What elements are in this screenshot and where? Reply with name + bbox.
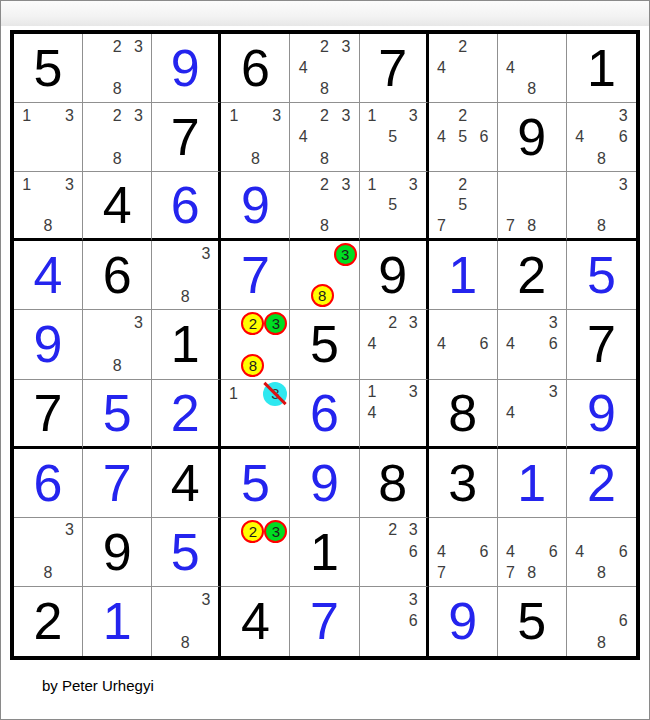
pencil-cell-empty	[264, 335, 287, 353]
solved-digit: 2	[152, 380, 218, 446]
cell-r3c9[interactable]: 38	[567, 172, 636, 241]
pencil-cell-empty	[431, 148, 452, 169]
solved-digit: 2	[567, 449, 636, 517]
pencil-mark: 6	[480, 544, 489, 560]
cell-r2c8[interactable]: 9	[498, 103, 567, 172]
pencil-cell: 8	[591, 148, 613, 169]
cell-r6c5[interactable]: 6	[290, 380, 359, 449]
pencil-cell-empty	[452, 520, 473, 541]
pencil-cell-empty	[245, 126, 266, 147]
cell-r1c3[interactable]: 9	[152, 34, 221, 103]
given-digit: 4	[152, 449, 218, 517]
pencil-cell-empty	[452, 355, 473, 376]
given-digit: 4	[221, 587, 289, 656]
pencil-mark: 4	[437, 544, 446, 560]
pencil-cell-empty	[335, 126, 356, 147]
pencil-mark: 8	[597, 218, 606, 234]
cell-r8c9[interactable]: 468	[567, 518, 636, 587]
pencil-cell-empty	[223, 335, 241, 353]
pencil-cell-empty	[243, 406, 263, 425]
pencil-cell-empty	[382, 216, 403, 237]
pencil-cell: 8	[591, 632, 613, 654]
pencil-cell-empty	[500, 520, 521, 541]
pencil-cell: 7	[500, 563, 521, 584]
pencil-cell-empty	[591, 520, 613, 541]
given-digit: 9	[498, 103, 566, 171]
pencil-cell-empty	[521, 36, 542, 57]
pencil-mark: 8	[527, 565, 536, 581]
pencil-mark: 3	[409, 522, 418, 538]
cell-r9c8[interactable]: 5	[498, 587, 567, 656]
pencil-cell-empty	[223, 126, 244, 147]
pencil-mark: 3	[134, 315, 143, 331]
pencil-cell-empty	[500, 195, 521, 216]
pencil-cell-empty	[431, 312, 452, 333]
cell-r6c3[interactable]: 2	[152, 380, 221, 449]
cell-r7c7[interactable]: 3	[429, 449, 498, 518]
cell-r3c6[interactable]: 135	[360, 172, 429, 241]
cell-r1c8[interactable]: 48	[498, 34, 567, 103]
pencil-cell-empty	[473, 36, 494, 57]
solved-digit: 9	[14, 310, 82, 378]
pencil-cell: 2	[314, 174, 335, 195]
pencil-cell-empty	[16, 126, 37, 147]
pencil-grid: 346	[500, 312, 564, 376]
pencil-cell: 2	[452, 105, 473, 126]
pencil-cell: 6	[543, 334, 564, 355]
pencil-cell-empty	[59, 541, 80, 562]
cell-r9c1[interactable]: 2	[14, 587, 83, 656]
pencil-cell: 6	[612, 611, 634, 633]
cell-r1c6[interactable]: 7	[360, 34, 429, 103]
pencil-cell-empty	[37, 520, 58, 541]
pencil-cell: 8	[106, 148, 127, 169]
pencil-mark: 4	[575, 544, 584, 560]
pencil-cell: 3	[128, 105, 149, 126]
pencil-cell-empty	[473, 216, 494, 237]
pencil-cell-empty	[500, 423, 521, 444]
solved-digit: 6	[14, 449, 82, 517]
pencil-cell-empty	[292, 284, 310, 307]
cell-r1c9[interactable]: 1	[567, 34, 636, 103]
pencil-cell: 4	[292, 57, 313, 78]
cell-r7c5[interactable]: 9	[290, 449, 359, 518]
pencil-cell-empty	[382, 611, 403, 633]
pencil-mark: 3	[409, 384, 418, 400]
pencil-cell-empty	[500, 174, 521, 195]
pencil-cell: 3	[612, 174, 634, 195]
cell-r3c4[interactable]: 9	[221, 172, 290, 241]
cell-r5c6[interactable]: 234	[360, 310, 429, 379]
cell-r5c3[interactable]: 1	[152, 310, 221, 379]
pencil-cell-empty	[500, 36, 521, 57]
pencil-cell-empty	[591, 589, 613, 611]
pencil-cell: 6	[403, 541, 424, 562]
given-digit: 7	[14, 380, 82, 446]
pencil-cell-empty	[223, 406, 243, 425]
cell-r9c4[interactable]: 4	[221, 587, 290, 656]
pencil-cell-empty	[264, 543, 287, 564]
pencil-cell-empty	[85, 126, 106, 147]
pencil-cell-empty	[362, 520, 383, 541]
pencil-cell-empty	[16, 563, 37, 584]
cell-r8c5[interactable]: 1	[290, 518, 359, 587]
cell-r6c4[interactable]: 13	[221, 380, 290, 449]
cell-r3c2[interactable]: 4	[83, 172, 152, 241]
pencil-cell-empty	[569, 520, 591, 541]
pencil-mark: 2	[320, 39, 329, 55]
cell-r3c8[interactable]: 78	[498, 172, 567, 241]
pencil-cell-empty	[263, 425, 287, 444]
pencil-cell-empty	[591, 174, 613, 195]
pencil-cell: 3	[335, 174, 356, 195]
pencil-cell: 4	[431, 334, 452, 355]
cell-r2c3[interactable]: 7	[152, 103, 221, 172]
pencil-cell-empty	[543, 57, 564, 78]
pencil-cell-empty	[403, 632, 424, 654]
cell-r9c7[interactable]: 9	[429, 587, 498, 656]
cell-r7c6[interactable]: 8	[360, 449, 429, 518]
pencil-grid: 38	[569, 174, 634, 236]
cell-r9c2[interactable]: 1	[83, 587, 152, 656]
cell-r3c1[interactable]: 138	[14, 172, 83, 241]
pencil-cell: 8	[314, 148, 335, 169]
pencil-cell-empty	[16, 195, 37, 216]
pencil-grid: 24	[431, 36, 495, 100]
pencil-cell-empty	[569, 105, 591, 126]
pencil-cell-empty	[223, 563, 241, 584]
pencil-cell-empty	[521, 423, 542, 444]
pencil-cell-empty	[311, 243, 334, 266]
cell-r6c1[interactable]: 7	[14, 380, 83, 449]
pencil-cell-empty	[362, 126, 383, 147]
pencil-cell-empty	[612, 195, 634, 216]
pencil-grid: 135	[362, 174, 424, 236]
pencil-cell-empty	[243, 382, 263, 406]
cell-r4c9[interactable]: 5	[567, 241, 636, 310]
cell-r1c4[interactable]: 6	[221, 34, 290, 103]
pencil-grid: 257	[431, 174, 495, 236]
cell-r6c9[interactable]: 9	[567, 380, 636, 449]
cell-r9c3[interactable]: 38	[152, 587, 221, 656]
cell-r5c7[interactable]: 46	[429, 310, 498, 379]
pencil-cell-empty	[362, 541, 383, 562]
pencil-mark: 4	[437, 60, 446, 76]
pencil-cell: 2	[382, 520, 403, 541]
pencil-mark: 7	[506, 565, 515, 581]
pencil-mark: 1	[230, 108, 239, 124]
pencil-mark: 8	[181, 289, 190, 305]
pencil-cell-empty	[362, 312, 383, 333]
solved-digit: 7	[290, 587, 358, 656]
pencil-cell: 3	[403, 520, 424, 541]
pencil-mark: 3	[549, 315, 558, 331]
pencil-cell: 3	[264, 520, 287, 543]
pencil-cell-empty	[473, 520, 494, 541]
pencil-cell-empty	[335, 79, 356, 100]
pencil-cell-empty	[334, 284, 357, 307]
pencil-mark: 5	[388, 129, 397, 145]
cell-r8c2[interactable]: 9	[83, 518, 152, 587]
pencil-mark: 3	[341, 108, 350, 124]
pencil-cell-empty	[569, 589, 591, 611]
pencil-cell: 3	[335, 105, 356, 126]
pencil-cell-empty	[431, 195, 452, 216]
cell-r2c7[interactable]: 2456	[429, 103, 498, 172]
pencil-cell-empty	[403, 423, 424, 444]
cell-r5c9[interactable]: 7	[567, 310, 636, 379]
pencil-cell-empty	[452, 57, 473, 78]
pencil-mark: 6	[619, 129, 628, 145]
pencil-cell-empty	[196, 611, 217, 633]
pencil-cell-empty	[362, 589, 383, 611]
given-digit: 3	[429, 449, 497, 517]
pencil-cell: 1	[16, 174, 37, 195]
cell-r3c3[interactable]: 6	[152, 172, 221, 241]
pencil-cell-empty	[128, 355, 149, 376]
cell-r9c9[interactable]: 68	[567, 587, 636, 656]
pencil-cell-empty	[521, 57, 542, 78]
pencil-cell: 8	[591, 563, 613, 584]
pencil-cell-empty	[37, 174, 58, 195]
pencil-cell-empty	[403, 563, 424, 584]
pencil-cell-empty	[612, 216, 634, 237]
given-digit: 8	[360, 449, 426, 517]
pencil-cell: 3	[543, 312, 564, 333]
pencil-mark: 8	[597, 565, 606, 581]
cell-r6c6[interactable]: 134	[360, 380, 429, 449]
given-digit: 4	[83, 172, 151, 238]
pencil-cell-empty	[382, 382, 403, 403]
pencil-mark: 3	[202, 246, 211, 262]
author-credit: by Peter Urhegyi	[42, 677, 154, 694]
pencil-cell-empty	[382, 589, 403, 611]
cell-r2c5[interactable]: 2348	[290, 103, 359, 172]
pencil-mark: 4	[437, 129, 446, 145]
pencil-cell-empty	[314, 126, 335, 147]
cell-r8c8[interactable]: 4678	[498, 518, 567, 587]
pencil-cell-empty	[569, 148, 591, 169]
pencil-cell-empty	[175, 265, 196, 286]
pencil-cell-empty	[128, 57, 149, 78]
pencil-mark: 1	[229, 386, 238, 402]
cell-r8c1[interactable]: 38	[14, 518, 83, 587]
cell-r9c5[interactable]: 7	[290, 587, 359, 656]
pencil-cell-empty	[59, 216, 80, 237]
cell-r4c7[interactable]: 1	[429, 241, 498, 310]
cell-r7c8[interactable]: 1	[498, 449, 567, 518]
cell-r2c6[interactable]: 135	[360, 103, 429, 172]
pencil-cell-empty	[37, 541, 58, 562]
solved-digit: 5	[221, 449, 289, 517]
pencil-cell-empty	[569, 632, 591, 654]
pencil-cell: 2	[314, 105, 335, 126]
cell-r1c2[interactable]: 238	[83, 34, 152, 103]
pencil-cell-empty	[473, 195, 494, 216]
given-digit: 5	[14, 34, 82, 102]
cell-r7c4[interactable]: 5	[221, 449, 290, 518]
window-top-bar	[1, 1, 649, 26]
pencil-mark: 7	[506, 218, 515, 234]
pencil-cell: 1	[362, 105, 383, 126]
cell-r1c5[interactable]: 2348	[290, 34, 359, 103]
sudoku-board[interactable]: 5238962348724481132387138234813524569346…	[10, 30, 640, 660]
cell-r7c3[interactable]: 4	[152, 449, 221, 518]
cell-r5c2[interactable]: 38	[83, 310, 152, 379]
pencil-mark: 3	[134, 39, 143, 55]
pencil-mark: 4	[575, 129, 584, 145]
pencil-cell: 4	[292, 126, 313, 147]
pencil-cell-empty	[264, 563, 287, 584]
pencil-cell: 3	[59, 174, 80, 195]
given-digit: 9	[83, 518, 151, 586]
pencil-cell-empty	[223, 543, 241, 564]
pencil-cell-empty	[362, 148, 383, 169]
cell-r8c6[interactable]: 236	[360, 518, 429, 587]
cell-r7c1[interactable]: 6	[14, 449, 83, 518]
pencil-cell: 3	[612, 105, 634, 126]
given-digit: 6	[83, 241, 151, 309]
pencil-cell-empty	[452, 216, 473, 237]
pencil-cell: 8	[521, 563, 542, 584]
cell-r4c4[interactable]: 7	[221, 241, 290, 310]
solved-digit: 7	[83, 449, 151, 517]
pencil-cell-empty	[382, 174, 403, 195]
pencil-mark: 8	[320, 151, 329, 167]
pencil-cell-empty	[128, 148, 149, 169]
pencil-mark: 4	[506, 60, 515, 76]
pencil-cell-empty	[223, 148, 244, 169]
cell-r5c5[interactable]: 5	[290, 310, 359, 379]
cell-r8c4[interactable]: 23	[221, 518, 290, 587]
pencil-cell: 3	[264, 312, 287, 335]
pencil-cell: 3	[196, 589, 217, 611]
pencil-cell-empty	[403, 195, 424, 216]
cell-r2c9[interactable]: 3468	[567, 103, 636, 172]
pencil-mark: 8	[113, 358, 122, 374]
cell-r1c7[interactable]: 24	[429, 34, 498, 103]
cell-r7c2[interactable]: 7	[83, 449, 152, 518]
cell-r4c6[interactable]: 9	[360, 241, 429, 310]
pencil-cell: 8	[241, 354, 264, 377]
pencil-cell-empty	[241, 543, 264, 564]
pencil-cell-empty	[175, 589, 196, 611]
pencil-mark: 3	[409, 315, 418, 331]
cell-r6c2[interactable]: 5	[83, 380, 152, 449]
pencil-cell-empty	[175, 243, 196, 264]
cell-r4c2[interactable]: 6	[83, 241, 152, 310]
pencil-cell: 3	[334, 243, 357, 266]
cell-r4c1[interactable]: 4	[14, 241, 83, 310]
pencil-grid: 38	[292, 243, 356, 307]
pencil-cell: 1	[16, 105, 37, 126]
pencil-cell-empty	[569, 216, 591, 237]
pencil-mark: 5	[458, 197, 467, 213]
pencil-mark: 3	[65, 108, 74, 124]
cell-r6c7[interactable]: 8	[429, 380, 498, 449]
cell-r4c3[interactable]: 38	[152, 241, 221, 310]
pencil-cell: 8	[591, 216, 613, 237]
pencil-cell: 7	[431, 563, 452, 584]
cell-r8c7[interactable]: 467	[429, 518, 498, 587]
pencil-cell: 4	[362, 402, 383, 423]
pencil-mark: 8	[597, 635, 606, 651]
pencil-mark: 2	[458, 39, 467, 55]
pencil-cell-empty	[500, 312, 521, 333]
pencil-cell-empty	[334, 266, 357, 284]
pencil-cell: 5	[452, 126, 473, 147]
pencil-cell-empty	[59, 126, 80, 147]
pencil-cell-empty	[382, 148, 403, 169]
pencil-cell-empty	[452, 79, 473, 100]
pencil-cell-empty	[521, 382, 542, 403]
pencil-grid: 2348	[292, 105, 356, 169]
pencil-cell: 4	[569, 126, 591, 147]
pencil-cell-empty	[16, 541, 37, 562]
solved-digit: 5	[567, 241, 636, 309]
cell-r5c4[interactable]: 238	[221, 310, 290, 379]
pencil-cell: 2	[382, 312, 403, 333]
pencil-cell-empty	[382, 563, 403, 584]
pencil-cell: 8	[314, 79, 335, 100]
pencil-cell-empty	[521, 402, 542, 423]
pencil-mark: 5	[458, 129, 467, 145]
pencil-cell-empty	[591, 126, 613, 147]
pencil-cell-empty	[128, 79, 149, 100]
pencil-cell-empty	[521, 195, 542, 216]
pencil-cell-empty	[362, 423, 383, 444]
cell-r4c8[interactable]: 2	[498, 241, 567, 310]
solved-digit: 1	[429, 241, 497, 309]
cell-r7c9[interactable]: 2	[567, 449, 636, 518]
pencil-cell-empty	[266, 148, 287, 169]
cell-r9c6[interactable]: 36	[360, 587, 429, 656]
pencil-cell-empty	[543, 79, 564, 100]
pencil-cell-empty	[154, 243, 175, 264]
pencil-cell-empty	[362, 216, 383, 237]
pencil-cell-empty	[106, 312, 127, 333]
cell-r2c4[interactable]: 138	[221, 103, 290, 172]
cell-r1c1[interactable]: 5	[14, 34, 83, 103]
pencil-cell-empty	[543, 195, 564, 216]
cell-r3c7[interactable]: 257	[429, 172, 498, 241]
pencil-cell: 7	[500, 216, 521, 237]
pencil-cell: 8	[521, 79, 542, 100]
cell-r8c3[interactable]: 5	[152, 518, 221, 587]
cell-r3c5[interactable]: 238	[290, 172, 359, 241]
pencil-mark: 8	[320, 81, 329, 97]
pencil-cell-empty	[431, 174, 452, 195]
pencil-cell: 2	[452, 174, 473, 195]
cell-r2c2[interactable]: 238	[83, 103, 152, 172]
pencil-cell-empty	[612, 632, 634, 654]
pencil-grid: 3468	[569, 105, 634, 169]
cell-r4c5[interactable]: 38	[290, 241, 359, 310]
pencil-cell: 6	[473, 334, 494, 355]
cell-r5c8[interactable]: 346	[498, 310, 567, 379]
pencil-mark: 3	[65, 522, 74, 538]
pencil-grid: 138	[223, 105, 287, 169]
solved-digit: 9	[290, 449, 358, 517]
given-digit: 7	[360, 34, 426, 102]
pencil-cell: 6	[543, 541, 564, 562]
pencil-cell: 8	[106, 79, 127, 100]
cell-r2c1[interactable]: 13	[14, 103, 83, 172]
cell-r6c8[interactable]: 34	[498, 380, 567, 449]
cell-r5c1[interactable]: 9	[14, 310, 83, 379]
pencil-cell: 5	[382, 195, 403, 216]
given-digit: 5	[290, 310, 358, 378]
